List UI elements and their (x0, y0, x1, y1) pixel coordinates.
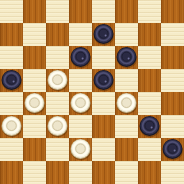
checkers-board (0, 0, 184, 184)
square-r7c7[interactable] (161, 161, 184, 184)
square-r6c6[interactable] (138, 138, 161, 161)
white-man[interactable] (46, 69, 69, 92)
white-man[interactable] (115, 92, 138, 115)
square-r0c7[interactable] (161, 0, 184, 23)
black-man[interactable] (138, 115, 161, 138)
square-r5c0[interactable] (0, 115, 23, 138)
square-r3c2[interactable] (46, 69, 69, 92)
square-r4c1[interactable] (23, 92, 46, 115)
white-man[interactable] (69, 138, 92, 161)
square-r7c3[interactable] (69, 161, 92, 184)
square-r4c3[interactable] (69, 92, 92, 115)
square-r1c6[interactable] (138, 23, 161, 46)
square-r0c0[interactable] (0, 0, 23, 23)
square-r1c3[interactable] (69, 23, 92, 46)
square-r7c0[interactable] (0, 161, 23, 184)
square-r1c1[interactable] (23, 23, 46, 46)
square-r1c2[interactable] (46, 23, 69, 46)
square-r5c1[interactable] (23, 115, 46, 138)
square-r7c5[interactable] (115, 161, 138, 184)
square-r2c7[interactable] (161, 46, 184, 69)
square-r0c6[interactable] (138, 0, 161, 23)
black-man[interactable] (69, 46, 92, 69)
square-r7c2[interactable] (46, 161, 69, 184)
square-r2c1[interactable] (23, 46, 46, 69)
square-r3c7[interactable] (161, 69, 184, 92)
square-r3c6[interactable] (138, 69, 161, 92)
square-r7c6[interactable] (138, 161, 161, 184)
square-r5c4[interactable] (92, 115, 115, 138)
black-man[interactable] (92, 23, 115, 46)
square-r4c2[interactable] (46, 92, 69, 115)
square-r3c1[interactable] (23, 69, 46, 92)
square-r3c3[interactable] (69, 69, 92, 92)
black-man[interactable] (115, 46, 138, 69)
square-r7c4[interactable] (92, 161, 115, 184)
square-r1c7[interactable] (161, 23, 184, 46)
square-r3c4[interactable] (92, 69, 115, 92)
square-r2c4[interactable] (92, 46, 115, 69)
square-r2c0[interactable] (0, 46, 23, 69)
square-r4c7[interactable] (161, 92, 184, 115)
square-r7c1[interactable] (23, 161, 46, 184)
square-r5c7[interactable] (161, 115, 184, 138)
square-r2c5[interactable] (115, 46, 138, 69)
white-man[interactable] (69, 92, 92, 115)
square-r5c5[interactable] (115, 115, 138, 138)
square-r4c5[interactable] (115, 92, 138, 115)
square-r0c2[interactable] (46, 0, 69, 23)
square-r2c3[interactable] (69, 46, 92, 69)
square-r3c0[interactable] (0, 69, 23, 92)
square-r4c4[interactable] (92, 92, 115, 115)
square-r1c0[interactable] (0, 23, 23, 46)
square-r4c0[interactable] (0, 92, 23, 115)
square-r0c1[interactable] (23, 0, 46, 23)
square-r6c3[interactable] (69, 138, 92, 161)
square-r0c3[interactable] (69, 0, 92, 23)
square-r2c6[interactable] (138, 46, 161, 69)
square-r5c3[interactable] (69, 115, 92, 138)
black-man[interactable] (161, 138, 184, 161)
square-r6c0[interactable] (0, 138, 23, 161)
square-r5c2[interactable] (46, 115, 69, 138)
square-r6c2[interactable] (46, 138, 69, 161)
square-r3c5[interactable] (115, 69, 138, 92)
square-r0c4[interactable] (92, 0, 115, 23)
square-r6c5[interactable] (115, 138, 138, 161)
square-r1c5[interactable] (115, 23, 138, 46)
square-r0c5[interactable] (115, 0, 138, 23)
square-r6c7[interactable] (161, 138, 184, 161)
black-man[interactable] (92, 69, 115, 92)
square-r4c6[interactable] (138, 92, 161, 115)
white-man[interactable] (0, 115, 23, 138)
square-r2c2[interactable] (46, 46, 69, 69)
square-r5c6[interactable] (138, 115, 161, 138)
white-man[interactable] (23, 92, 46, 115)
square-r6c1[interactable] (23, 138, 46, 161)
square-r6c4[interactable] (92, 138, 115, 161)
square-r1c4[interactable] (92, 23, 115, 46)
white-man[interactable] (46, 115, 69, 138)
black-man[interactable] (0, 69, 23, 92)
